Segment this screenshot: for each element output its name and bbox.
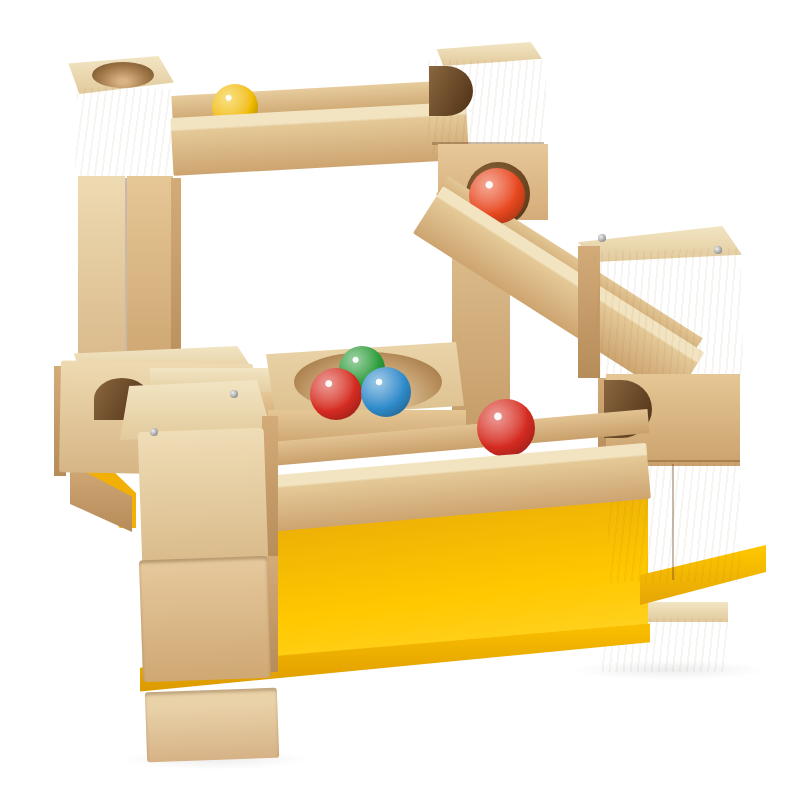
right-lower-seam-vertical	[672, 464, 674, 580]
funnel-hole	[92, 62, 154, 88]
screw-right-cube-left	[598, 234, 606, 242]
screw-front-cube-left	[150, 428, 158, 436]
front-cube-front-face	[138, 428, 269, 566]
screw-right-cube-right	[714, 246, 722, 254]
red-ball-track	[477, 399, 535, 457]
screw-front-cube-right	[230, 390, 238, 398]
front-left-leg-block	[145, 688, 279, 763]
blue-ball	[361, 367, 411, 417]
red-ball-bowl	[310, 368, 362, 420]
marble-run-photo	[0, 0, 800, 800]
funnel-cube-front-face	[75, 87, 173, 181]
right-cube-front-face	[594, 248, 743, 382]
front-cube2-front-face	[139, 556, 271, 682]
